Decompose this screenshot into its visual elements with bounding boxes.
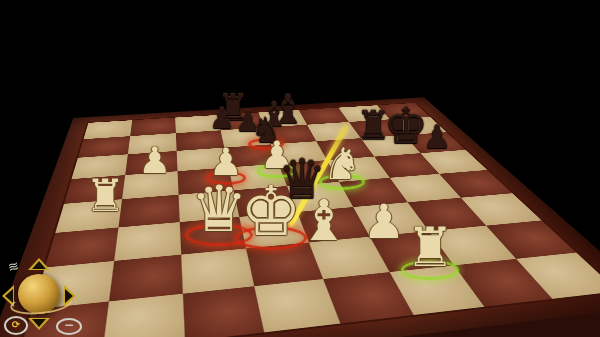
square-b1[interactable]	[103, 294, 185, 337]
piece-a5-white-p[interactable]: ♟	[137, 143, 174, 180]
pan-up-button[interactable]	[28, 258, 50, 270]
square-c1[interactable]	[183, 286, 264, 337]
rotate-view-button[interactable]: ⟳	[4, 316, 28, 335]
piece-a3-white-r[interactable]: ♜	[83, 174, 128, 219]
piece-g2-white-p[interactable]: ♟	[360, 198, 407, 245]
piece-f2-white-b[interactable]: ♝	[296, 192, 353, 249]
chess-3d-view: ♜♟♟♟♛♚♞♝♟♜♟♜♟♞♝♝♛♜♚♟ ≋ ⟳ −	[0, 0, 600, 337]
piece-h1-white-r[interactable]: ♜	[403, 221, 457, 275]
piece-h6-black-p[interactable]: ♟	[421, 122, 453, 154]
drag-view-icon[interactable]: ≋	[7, 259, 19, 274]
piece-b7-black-p[interactable]: ♟	[208, 105, 236, 133]
pan-down-button[interactable]	[28, 318, 50, 330]
zoom-out-button[interactable]: −	[56, 318, 82, 335]
view-navigation-widget: ≋ ⟳ −	[0, 258, 90, 337]
pan-right-button[interactable]	[64, 285, 76, 307]
